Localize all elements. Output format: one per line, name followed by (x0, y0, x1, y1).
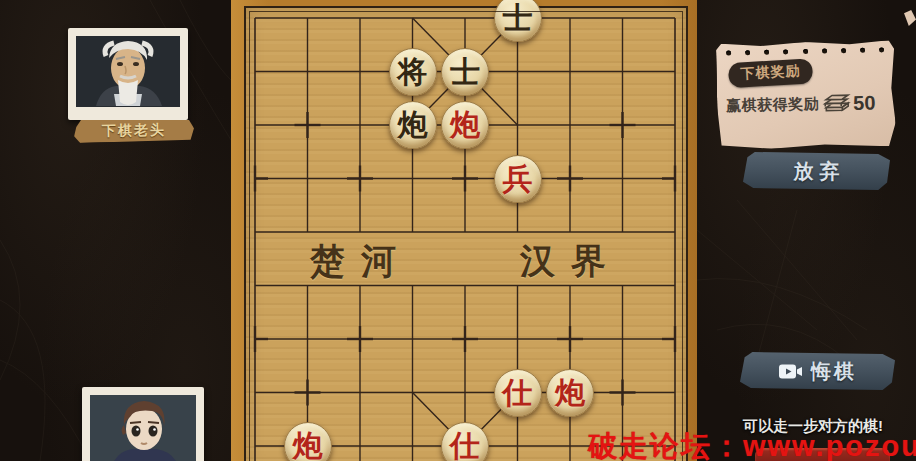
piece-red-cannon[interactable]: 炮 (441, 101, 489, 149)
piece-black-general[interactable]: 将 (389, 48, 437, 96)
money-stack-icon (822, 91, 852, 116)
watermark-text: 破走论坛：www.pozou.com (588, 427, 916, 461)
reward-description-row: 赢棋获得奖励 50 (726, 91, 876, 118)
piece-black-advisor[interactable]: 士 (441, 48, 489, 96)
reward-description: 赢棋获得奖励 (726, 94, 819, 115)
xiangqi-game-screen: 下棋老头 楚河 汉 (0, 0, 916, 461)
river-label-right: 汉界 (520, 238, 622, 284)
young-person-avatar-icon (90, 395, 196, 461)
opponent-portrait-frame (68, 28, 188, 120)
player-portrait-frame (82, 387, 204, 461)
video-ad-icon (778, 362, 804, 381)
right-panel: 下棋奖励 赢棋获得奖励 50 放弃 (697, 0, 916, 461)
piece-black-cannon[interactable]: 炮 (389, 101, 437, 149)
undo-label: 悔棋 (811, 358, 857, 385)
undo-move-button[interactable]: 悔棋 (740, 352, 895, 390)
old-man-avatar-icon (76, 36, 180, 106)
give-up-label: 放弃 (794, 158, 846, 185)
river-label-left: 楚河 (310, 238, 412, 284)
piece-red-cannon[interactable]: 炮 (546, 369, 594, 417)
piece-red-advisor[interactable]: 仕 (494, 369, 542, 417)
opponent-name-banner: 下棋老头 (74, 118, 194, 143)
opponent-name: 下棋老头 (102, 121, 166, 140)
piece-red-soldier[interactable]: 兵 (494, 155, 542, 203)
player-portrait (90, 395, 196, 461)
reward-card: 下棋奖励 赢棋获得奖励 50 (716, 40, 896, 150)
left-panel: 下棋老头 (0, 0, 231, 461)
reward-title-badge: 下棋奖励 (728, 58, 813, 88)
reward-amount: 50 (853, 91, 876, 114)
opponent-portrait (76, 36, 180, 107)
give-up-button[interactable]: 放弃 (743, 152, 890, 190)
paper-holes-decoration (726, 47, 884, 55)
piece-red-cannon[interactable]: 炮 (284, 422, 332, 461)
reward-title: 下棋奖励 (740, 62, 801, 81)
xiangqi-board[interactable]: 楚河 汉界 士将士炮炮兵仕炮炮仕 (231, 0, 697, 461)
board-surface[interactable]: 楚河 汉界 士将士炮炮兵仕炮炮仕 (244, 6, 688, 461)
